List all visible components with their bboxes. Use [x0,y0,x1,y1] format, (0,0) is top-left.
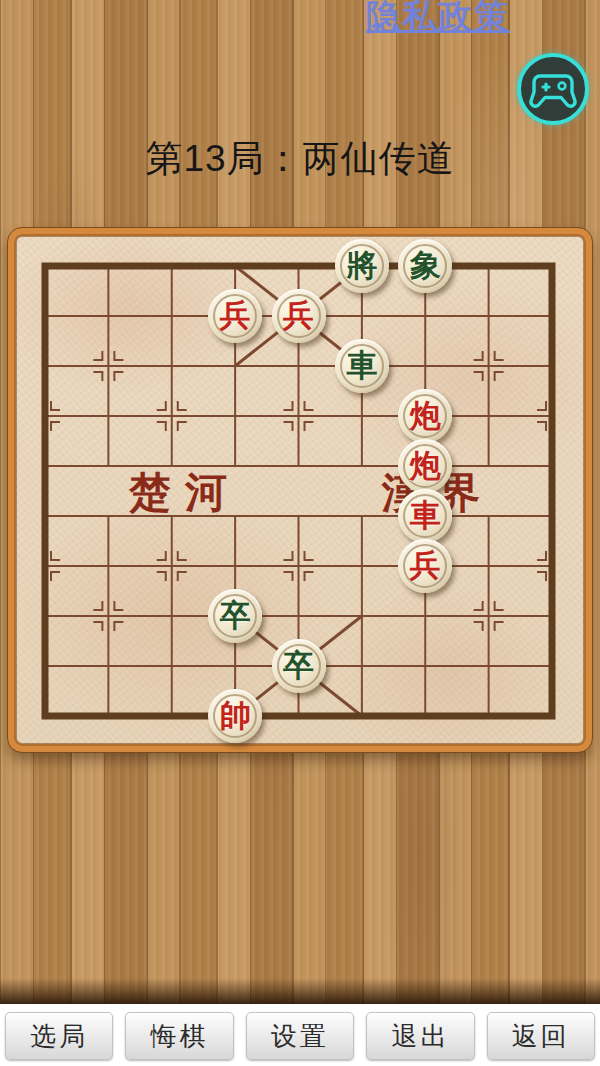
piece-black-chariot[interactable]: 車 [335,339,389,393]
piece-red-general[interactable]: 帥 [208,689,262,743]
screen: 隐私政策 第13局：两仙传道 楚河漢界 將象兵兵車炮炮車兵卒卒帥 选局 悔棋 设… [0,0,600,1066]
piece-glyph: 車 [346,350,377,381]
piece-glyph: 帥 [220,700,251,731]
piece-red-soldier[interactable]: 兵 [208,289,262,343]
bottom-shadow-band [0,978,600,1004]
settings-button[interactable]: 设置 [246,1012,354,1060]
piece-red-soldier[interactable]: 兵 [398,539,452,593]
back-button[interactable]: 返回 [487,1012,595,1060]
piece-glyph: 將 [346,250,377,281]
privacy-policy-link[interactable]: 隐私政策 [366,0,510,40]
piece-red-chariot[interactable]: 車 [398,489,452,543]
piece-glyph: 兵 [220,300,251,331]
xiangqi-board[interactable]: 楚河漢界 將象兵兵車炮炮車兵卒卒帥 [8,228,592,752]
undo-move-button[interactable]: 悔棋 [125,1012,233,1060]
exit-button[interactable]: 退出 [366,1012,474,1060]
piece-black-soldier[interactable]: 卒 [208,589,262,643]
piece-red-cannon[interactable]: 炮 [398,439,452,493]
piece-glyph: 炮 [410,450,441,481]
piece-black-general[interactable]: 將 [335,239,389,293]
piece-glyph: 卒 [220,600,251,631]
piece-glyph: 兵 [283,300,314,331]
gamepad-fab[interactable] [517,53,589,125]
piece-glyph: 卒 [283,650,314,681]
piece-glyph: 兵 [410,550,441,581]
piece-glyph: 車 [410,500,441,531]
piece-glyph: 炮 [410,400,441,431]
piece-glyph: 象 [410,250,441,281]
piece-red-soldier[interactable]: 兵 [272,289,326,343]
piece-black-soldier[interactable]: 卒 [272,639,326,693]
page-title: 第13局：两仙传道 [0,134,600,184]
piece-black-elephant[interactable]: 象 [398,239,452,293]
bottom-bar: 选局 悔棋 设置 退出 返回 [0,1004,600,1066]
gamepad-icon [527,63,579,115]
select-game-button[interactable]: 选局 [5,1012,113,1060]
piece-red-cannon[interactable]: 炮 [398,389,452,443]
svg-text:楚河: 楚河 [128,468,241,517]
